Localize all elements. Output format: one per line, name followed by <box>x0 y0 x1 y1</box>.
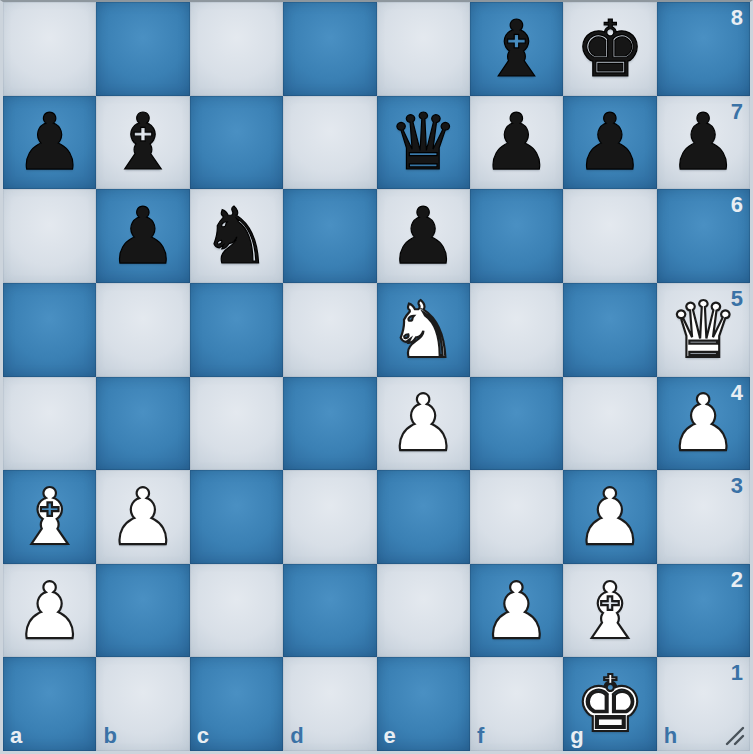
white-bishop[interactable]: ♝ <box>563 564 656 658</box>
square-f6[interactable] <box>470 189 563 283</box>
square-a4[interactable] <box>3 377 96 471</box>
square-c4[interactable] <box>190 377 283 471</box>
file-label-h: h <box>664 723 677 749</box>
square-g5[interactable] <box>563 283 656 377</box>
rank-label-1: 1 <box>731 660 743 686</box>
square-a5[interactable] <box>3 283 96 377</box>
black-pawn[interactable]: ♟ <box>377 189 470 283</box>
square-h1[interactable]: 1h <box>657 657 750 751</box>
file-label-f: f <box>477 723 484 749</box>
square-a6[interactable] <box>3 189 96 283</box>
white-king[interactable]: ♚ <box>563 657 656 751</box>
square-a8[interactable] <box>3 2 96 96</box>
square-c2[interactable] <box>190 564 283 658</box>
square-f7[interactable]: ♟ <box>470 96 563 190</box>
square-g3[interactable]: ♟ <box>563 470 656 564</box>
black-pawn[interactable]: ♟ <box>470 96 563 190</box>
black-queen[interactable]: ♛ <box>377 96 470 190</box>
rank-label-2: 2 <box>731 567 743 593</box>
square-f2[interactable]: ♟ <box>470 564 563 658</box>
white-pawn[interactable]: ♟ <box>96 470 189 564</box>
square-h3[interactable]: 3 <box>657 470 750 564</box>
square-e8[interactable] <box>377 2 470 96</box>
square-h7[interactable]: 7♟ <box>657 96 750 190</box>
resize-grip-icon[interactable] <box>724 725 746 747</box>
square-e6[interactable]: ♟ <box>377 189 470 283</box>
square-f5[interactable] <box>470 283 563 377</box>
square-c5[interactable] <box>190 283 283 377</box>
square-d3[interactable] <box>283 470 376 564</box>
square-g2[interactable]: ♝ <box>563 564 656 658</box>
square-d6[interactable] <box>283 189 376 283</box>
square-d1[interactable]: d <box>283 657 376 751</box>
rank-label-8: 8 <box>731 5 743 31</box>
square-g7[interactable]: ♟ <box>563 96 656 190</box>
square-b7[interactable]: ♝ <box>96 96 189 190</box>
square-e3[interactable] <box>377 470 470 564</box>
square-f8[interactable]: ♝ <box>470 2 563 96</box>
square-d7[interactable] <box>283 96 376 190</box>
file-label-d: d <box>290 723 303 749</box>
square-g4[interactable] <box>563 377 656 471</box>
file-label-a: a <box>10 723 22 749</box>
square-e7[interactable]: ♛ <box>377 96 470 190</box>
square-d4[interactable] <box>283 377 376 471</box>
black-bishop[interactable]: ♝ <box>96 96 189 190</box>
file-label-e: e <box>384 723 396 749</box>
square-b5[interactable] <box>96 283 189 377</box>
square-c8[interactable] <box>190 2 283 96</box>
rank-label-3: 3 <box>731 473 743 499</box>
white-knight[interactable]: ♞ <box>377 283 470 377</box>
rank-label-6: 6 <box>731 192 743 218</box>
white-bishop[interactable]: ♝ <box>3 470 96 564</box>
white-pawn[interactable]: ♟ <box>657 377 750 471</box>
square-e1[interactable]: e <box>377 657 470 751</box>
square-b2[interactable] <box>96 564 189 658</box>
square-d8[interactable] <box>283 2 376 96</box>
square-g6[interactable] <box>563 189 656 283</box>
square-b3[interactable]: ♟ <box>96 470 189 564</box>
square-d5[interactable] <box>283 283 376 377</box>
square-h4[interactable]: 4♟ <box>657 377 750 471</box>
square-g1[interactable]: g♚ <box>563 657 656 751</box>
square-g8[interactable]: ♚ <box>563 2 656 96</box>
square-h8[interactable]: 8 <box>657 2 750 96</box>
square-b8[interactable] <box>96 2 189 96</box>
square-e2[interactable] <box>377 564 470 658</box>
white-pawn[interactable]: ♟ <box>470 564 563 658</box>
black-pawn[interactable]: ♟ <box>657 96 750 190</box>
square-h6[interactable]: 6 <box>657 189 750 283</box>
square-a1[interactable]: a <box>3 657 96 751</box>
black-bishop[interactable]: ♝ <box>470 2 563 96</box>
square-b6[interactable]: ♟ <box>96 189 189 283</box>
square-h2[interactable]: 2 <box>657 564 750 658</box>
file-label-c: c <box>197 723 209 749</box>
white-pawn[interactable]: ♟ <box>377 377 470 471</box>
black-king[interactable]: ♚ <box>563 2 656 96</box>
square-c6[interactable]: ♞ <box>190 189 283 283</box>
square-c7[interactable] <box>190 96 283 190</box>
white-pawn[interactable]: ♟ <box>3 564 96 658</box>
square-f3[interactable] <box>470 470 563 564</box>
black-pawn[interactable]: ♟ <box>96 189 189 283</box>
black-pawn[interactable]: ♟ <box>3 96 96 190</box>
square-c1[interactable]: c <box>190 657 283 751</box>
square-b4[interactable] <box>96 377 189 471</box>
square-b1[interactable]: b <box>96 657 189 751</box>
square-c3[interactable] <box>190 470 283 564</box>
square-d2[interactable] <box>283 564 376 658</box>
black-pawn[interactable]: ♟ <box>563 96 656 190</box>
square-e5[interactable]: ♞ <box>377 283 470 377</box>
square-a7[interactable]: ♟ <box>3 96 96 190</box>
chess-board: ♝♚8♟♝♛♟♟7♟♟♞♟6♞5♛♟4♟♝♟♟3♟♟♝2abcdefg♚1h <box>0 0 753 754</box>
square-f4[interactable] <box>470 377 563 471</box>
square-a3[interactable]: ♝ <box>3 470 96 564</box>
square-a2[interactable]: ♟ <box>3 564 96 658</box>
square-h5[interactable]: 5♛ <box>657 283 750 377</box>
white-queen[interactable]: ♛ <box>657 283 750 377</box>
file-label-b: b <box>103 723 116 749</box>
white-pawn[interactable]: ♟ <box>563 470 656 564</box>
black-knight[interactable]: ♞ <box>190 189 283 283</box>
square-f1[interactable]: f <box>470 657 563 751</box>
square-e4[interactable]: ♟ <box>377 377 470 471</box>
